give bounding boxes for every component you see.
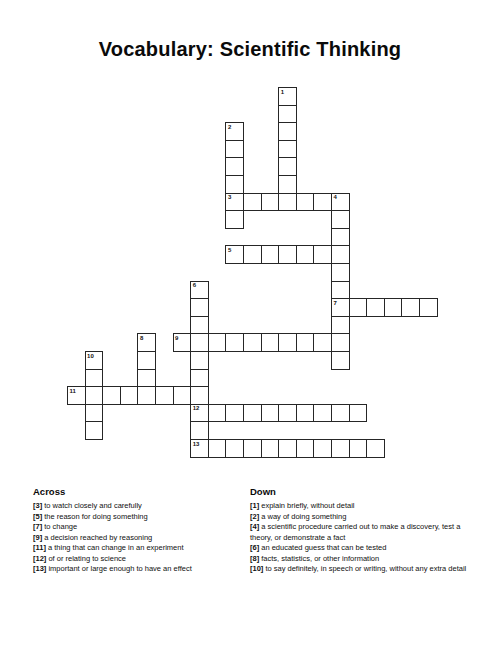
- grid-cell[interactable]: [401, 298, 420, 317]
- clue-text: important or large enough to have an eff…: [46, 564, 191, 573]
- clue-text: to say definitely, in speech or writing,…: [263, 564, 466, 573]
- grid-cell[interactable]: 10: [85, 351, 104, 370]
- grid-cell[interactable]: [261, 193, 280, 212]
- grid-cell[interactable]: [137, 369, 156, 388]
- clue-number: 13: [193, 441, 200, 448]
- grid-cell[interactable]: [419, 298, 438, 317]
- grid-cell[interactable]: 7: [331, 298, 350, 317]
- grid-cell[interactable]: [331, 439, 350, 458]
- grid-cell[interactable]: [243, 245, 262, 264]
- clue-number: 2: [228, 124, 231, 131]
- grid-cell[interactable]: [278, 122, 297, 141]
- grid-cell[interactable]: [331, 210, 350, 229]
- grid-cell[interactable]: [190, 333, 209, 352]
- clue-number: 12: [193, 405, 200, 412]
- clue-across-5: [5] the reason for doing something: [33, 512, 245, 523]
- grid-cell[interactable]: [190, 421, 209, 440]
- grid-cell[interactable]: [366, 439, 385, 458]
- clue-text: facts, statistics, or other information: [259, 554, 379, 563]
- grid-cell[interactable]: [85, 386, 104, 405]
- clue-text: explain briefly, without detail: [259, 501, 354, 510]
- grid-cell[interactable]: [331, 281, 350, 300]
- clue-text: to watch closely and carefully: [42, 501, 142, 510]
- clue-down-4: [4] a scientific procedure carried out t…: [250, 522, 475, 543]
- clue-number-label: [5]: [33, 512, 42, 521]
- grid-cell[interactable]: [331, 316, 350, 335]
- clue-number-label: [4]: [250, 522, 259, 531]
- grid-cell[interactable]: [296, 193, 315, 212]
- clue-number: 8: [140, 335, 143, 342]
- across-clue-list: [3] to watch closely and carefully[5] th…: [33, 501, 245, 575]
- grid-cell[interactable]: 8: [137, 333, 156, 352]
- grid-cell[interactable]: [349, 298, 368, 317]
- clue-across-9: [9] a decision reached by reasoning: [33, 533, 245, 544]
- grid-cell[interactable]: [296, 404, 315, 423]
- grid-cell[interactable]: [243, 439, 262, 458]
- grid-cell[interactable]: 13: [190, 439, 209, 458]
- grid-cell[interactable]: [313, 193, 332, 212]
- grid-cell[interactable]: [225, 439, 244, 458]
- grid-cell[interactable]: [225, 157, 244, 176]
- clue-text: to change: [42, 522, 77, 531]
- grid-cell[interactable]: [261, 245, 280, 264]
- grid-cell[interactable]: [85, 404, 104, 423]
- grid-cell[interactable]: [225, 333, 244, 352]
- grid-cell[interactable]: [278, 175, 297, 194]
- grid-cell[interactable]: [225, 175, 244, 194]
- clue-number-label: [3]: [33, 501, 42, 510]
- grid-cell[interactable]: [190, 386, 209, 405]
- clue-text: a decision reached by reasoning: [42, 533, 152, 542]
- clue-number-label: [2]: [250, 512, 259, 521]
- grid-cell[interactable]: 6: [190, 281, 209, 300]
- grid-cell[interactable]: [261, 404, 280, 423]
- grid-cell[interactable]: [225, 210, 244, 229]
- clue-text: a thing that can change in an experiment: [46, 543, 184, 552]
- grid-cell[interactable]: [313, 245, 332, 264]
- clue-number: 1: [281, 89, 284, 96]
- clue-across-7: [7] to change: [33, 522, 245, 533]
- clue-number: 9: [175, 335, 178, 342]
- grid-cell[interactable]: [313, 333, 332, 352]
- grid-cell[interactable]: 1: [278, 87, 297, 106]
- clue-text: a way of doing something: [259, 512, 346, 521]
- across-header: Across: [33, 486, 245, 497]
- clue-down-10: [10] to say definitely, in speech or wri…: [250, 564, 475, 575]
- grid-cell[interactable]: [190, 316, 209, 335]
- grid-cell[interactable]: [349, 439, 368, 458]
- clue-number: 4: [334, 194, 337, 201]
- clue-number: 6: [193, 282, 196, 289]
- grid-cell[interactable]: [349, 404, 368, 423]
- grid-cell[interactable]: [261, 439, 280, 458]
- grid-cell[interactable]: [243, 193, 262, 212]
- grid-cell[interactable]: [173, 386, 192, 405]
- clue-number-label: [9]: [33, 533, 42, 542]
- clue-number-label: [10]: [250, 564, 263, 573]
- clue-number: 5: [228, 247, 231, 254]
- grid-cell[interactable]: [366, 298, 385, 317]
- clue-text: of or relating to science: [46, 554, 126, 563]
- down-section: Down [1] explain briefly, without detail…: [250, 486, 475, 575]
- clue-down-2: [2] a way of doing something: [250, 512, 475, 523]
- grid-cell[interactable]: [331, 228, 350, 247]
- grid-cell[interactable]: [208, 404, 227, 423]
- grid-cell[interactable]: [85, 421, 104, 440]
- clue-text: an educated guess that can be tested: [259, 543, 386, 552]
- clue-across-11: [11] a thing that can change in an exper…: [33, 543, 245, 554]
- clue-number-label: [13]: [33, 564, 46, 573]
- clue-number-label: [8]: [250, 554, 259, 563]
- grid-cell[interactable]: [331, 263, 350, 282]
- grid-cell[interactable]: [120, 386, 139, 405]
- grid-cell[interactable]: [278, 157, 297, 176]
- grid-cell[interactable]: [225, 140, 244, 159]
- grid-cell[interactable]: [331, 351, 350, 370]
- puzzle-title: Vocabulary: Scientific Thinking: [0, 38, 500, 60]
- grid-cell[interactable]: [278, 140, 297, 159]
- clue-down-1: [1] explain briefly, without detail: [250, 501, 475, 512]
- grid-cell[interactable]: [85, 369, 104, 388]
- clue-number: 10: [87, 353, 94, 360]
- grid-cell[interactable]: 3: [225, 193, 244, 212]
- page: Vocabulary: Scientific Thinking 12345678…: [0, 0, 500, 647]
- clue-number-label: [7]: [33, 522, 42, 531]
- clue-number-label: [1]: [250, 501, 259, 510]
- grid-cell[interactable]: [137, 351, 156, 370]
- grid-cell[interactable]: 12: [190, 404, 209, 423]
- clue-down-8: [8] facts, statistics, or other informat…: [250, 554, 475, 565]
- clue-number: 7: [334, 300, 337, 307]
- clue-text: the reason for doing something: [42, 512, 147, 521]
- down-header: Down: [250, 486, 475, 497]
- grid-cell[interactable]: [190, 369, 209, 388]
- grid-cell[interactable]: [190, 351, 209, 370]
- grid-cell[interactable]: 5: [225, 245, 244, 264]
- clue-down-6: [6] an educated guess that can be tested: [250, 543, 475, 554]
- grid-cell[interactable]: 4: [331, 193, 350, 212]
- grid-cell[interactable]: [296, 245, 315, 264]
- clue-number-label: [11]: [33, 543, 46, 552]
- down-clue-list: [1] explain briefly, without detail[2] a…: [250, 501, 475, 575]
- grid-cell[interactable]: [102, 386, 121, 405]
- clue-across-13: [13] important or large enough to have a…: [33, 564, 245, 575]
- grid-cell[interactable]: [313, 439, 332, 458]
- grid-cell[interactable]: [137, 386, 156, 405]
- grid-cell[interactable]: [278, 245, 297, 264]
- grid-cell[interactable]: [278, 193, 297, 212]
- clue-number-label: [12]: [33, 554, 46, 563]
- clue-number-label: [6]: [250, 543, 259, 552]
- clue-number: 11: [70, 388, 76, 395]
- grid-cell[interactable]: 9: [173, 333, 192, 352]
- grid-cell[interactable]: [331, 404, 350, 423]
- grid-cell[interactable]: 2: [225, 122, 244, 141]
- grid-cell[interactable]: [155, 386, 174, 405]
- grid-cell[interactable]: [243, 404, 262, 423]
- grid-cell[interactable]: [278, 404, 297, 423]
- grid-cell[interactable]: [225, 404, 244, 423]
- grid-cell[interactable]: [208, 439, 227, 458]
- grid-cell[interactable]: [313, 404, 332, 423]
- grid-cell[interactable]: [261, 333, 280, 352]
- grid-cell[interactable]: [331, 245, 350, 264]
- clue-across-3: [3] to watch closely and carefully: [33, 501, 245, 512]
- grid-cell[interactable]: [190, 298, 209, 317]
- grid-cell[interactable]: [278, 333, 297, 352]
- clue-text: a scientific procedure carried out to ma…: [250, 522, 460, 542]
- grid-cell[interactable]: [278, 439, 297, 458]
- grid-cell[interactable]: [278, 105, 297, 124]
- clue-across-12: [12] of or relating to science: [33, 554, 245, 565]
- grid-cell[interactable]: [296, 333, 315, 352]
- grid-cell[interactable]: 11: [67, 386, 86, 405]
- grid-cell[interactable]: [331, 333, 350, 352]
- across-section: Across [3] to watch closely and carefull…: [33, 486, 245, 575]
- grid-cell[interactable]: [384, 298, 403, 317]
- grid-cell[interactable]: [243, 333, 262, 352]
- grid-cell[interactable]: [208, 333, 227, 352]
- crossword-grid: 12345678910111213: [67, 87, 438, 458]
- grid-cell[interactable]: [296, 439, 315, 458]
- clue-number: 3: [228, 194, 231, 201]
